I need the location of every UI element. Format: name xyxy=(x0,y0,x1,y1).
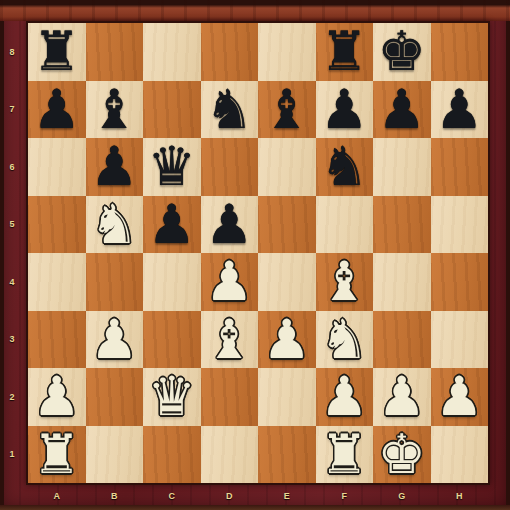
square-a2[interactable]: ♟ xyxy=(28,368,86,426)
black-pawn[interactable]: ♟ xyxy=(320,81,368,138)
square-c5[interactable]: ♟ xyxy=(143,196,201,254)
square-h1[interactable] xyxy=(431,426,489,484)
rank-label-4: 4 xyxy=(0,253,24,311)
white-pawn[interactable]: ♟ xyxy=(435,368,483,425)
file-label-b: B xyxy=(86,488,144,504)
file-label-d: D xyxy=(201,488,259,504)
square-b2[interactable] xyxy=(86,368,144,426)
square-d3[interactable]: ♝ xyxy=(201,311,259,369)
white-knight[interactable]: ♞ xyxy=(90,196,138,253)
square-h3[interactable] xyxy=(431,311,489,369)
square-c6[interactable]: ♛ xyxy=(143,138,201,196)
square-b4[interactable] xyxy=(86,253,144,311)
white-queen[interactable]: ♛ xyxy=(148,368,196,425)
black-bishop[interactable]: ♝ xyxy=(90,81,138,138)
white-pawn[interactable]: ♟ xyxy=(205,253,253,310)
black-rook[interactable]: ♜ xyxy=(320,23,368,80)
square-e6[interactable] xyxy=(258,138,316,196)
black-pawn[interactable]: ♟ xyxy=(435,81,483,138)
square-b7[interactable]: ♝ xyxy=(86,81,144,139)
white-pawn[interactable]: ♟ xyxy=(90,311,138,368)
square-a7[interactable]: ♟ xyxy=(28,81,86,139)
rank-label-1: 1 xyxy=(0,426,24,484)
square-e3[interactable]: ♟ xyxy=(258,311,316,369)
square-a3[interactable] xyxy=(28,311,86,369)
black-king[interactable]: ♚ xyxy=(378,23,426,80)
square-c1[interactable] xyxy=(143,426,201,484)
white-pawn[interactable]: ♟ xyxy=(378,368,426,425)
white-pawn[interactable]: ♟ xyxy=(320,368,368,425)
white-knight[interactable]: ♞ xyxy=(320,311,368,368)
square-e4[interactable] xyxy=(258,253,316,311)
black-bishop[interactable]: ♝ xyxy=(263,81,311,138)
chessboard-frame: ♜♜♚♟♝♞♝♟♟♟♟♛♞♞♟♟♟♝♟♝♟♞♟♛♟♟♟♜♜♚ 87654321A… xyxy=(0,0,510,510)
square-b1[interactable] xyxy=(86,426,144,484)
square-e5[interactable] xyxy=(258,196,316,254)
square-a5[interactable] xyxy=(28,196,86,254)
square-f2[interactable]: ♟ xyxy=(316,368,374,426)
square-d7[interactable]: ♞ xyxy=(201,81,259,139)
square-a4[interactable] xyxy=(28,253,86,311)
black-queen[interactable]: ♛ xyxy=(148,138,196,195)
white-pawn[interactable]: ♟ xyxy=(263,311,311,368)
square-e8[interactable] xyxy=(258,23,316,81)
black-knight[interactable]: ♞ xyxy=(205,81,253,138)
black-pawn[interactable]: ♟ xyxy=(378,81,426,138)
file-label-c: C xyxy=(143,488,201,504)
square-g4[interactable] xyxy=(373,253,431,311)
rank-label-8: 8 xyxy=(0,23,24,81)
black-pawn[interactable]: ♟ xyxy=(33,81,81,138)
square-h6[interactable] xyxy=(431,138,489,196)
rank-label-7: 7 xyxy=(0,81,24,139)
square-d1[interactable] xyxy=(201,426,259,484)
black-pawn[interactable]: ♟ xyxy=(90,138,138,195)
square-e2[interactable] xyxy=(258,368,316,426)
square-h8[interactable] xyxy=(431,23,489,81)
square-a6[interactable] xyxy=(28,138,86,196)
square-g7[interactable]: ♟ xyxy=(373,81,431,139)
square-g1[interactable]: ♚ xyxy=(373,426,431,484)
square-d4[interactable]: ♟ xyxy=(201,253,259,311)
white-bishop[interactable]: ♝ xyxy=(320,253,368,310)
white-bishop[interactable]: ♝ xyxy=(205,311,253,368)
square-h2[interactable]: ♟ xyxy=(431,368,489,426)
square-d2[interactable] xyxy=(201,368,259,426)
rank-label-6: 6 xyxy=(0,138,24,196)
square-b5[interactable]: ♞ xyxy=(86,196,144,254)
square-h4[interactable] xyxy=(431,253,489,311)
square-f5[interactable] xyxy=(316,196,374,254)
square-a1[interactable]: ♜ xyxy=(28,426,86,484)
square-c4[interactable] xyxy=(143,253,201,311)
square-g5[interactable] xyxy=(373,196,431,254)
square-d6[interactable] xyxy=(201,138,259,196)
file-label-e: E xyxy=(258,488,316,504)
black-pawn[interactable]: ♟ xyxy=(148,196,196,253)
square-f4[interactable]: ♝ xyxy=(316,253,374,311)
file-label-h: H xyxy=(431,488,489,504)
square-c8[interactable] xyxy=(143,23,201,81)
file-label-a: A xyxy=(28,488,86,504)
chess-board: ♜♜♚♟♝♞♝♟♟♟♟♛♞♞♟♟♟♝♟♝♟♞♟♛♟♟♟♜♜♚ xyxy=(26,21,490,485)
rank-label-5: 5 xyxy=(0,196,24,254)
square-e1[interactable] xyxy=(258,426,316,484)
square-c3[interactable] xyxy=(143,311,201,369)
square-e7[interactable]: ♝ xyxy=(258,81,316,139)
square-h7[interactable]: ♟ xyxy=(431,81,489,139)
square-g3[interactable] xyxy=(373,311,431,369)
square-h5[interactable] xyxy=(431,196,489,254)
white-pawn[interactable]: ♟ xyxy=(33,368,81,425)
square-g8[interactable]: ♚ xyxy=(373,23,431,81)
black-rook[interactable]: ♜ xyxy=(33,23,81,80)
rank-label-2: 2 xyxy=(0,368,24,426)
square-f7[interactable]: ♟ xyxy=(316,81,374,139)
square-d8[interactable] xyxy=(201,23,259,81)
file-label-f: F xyxy=(316,488,374,504)
square-b3[interactable]: ♟ xyxy=(86,311,144,369)
black-pawn[interactable]: ♟ xyxy=(205,196,253,253)
black-knight[interactable]: ♞ xyxy=(320,138,368,195)
square-c2[interactable]: ♛ xyxy=(143,368,201,426)
frame-top-wood-edge xyxy=(0,0,510,21)
frame-bottom-wood-edge xyxy=(0,505,510,510)
square-b6[interactable]: ♟ xyxy=(86,138,144,196)
white-king[interactable]: ♚ xyxy=(378,426,426,483)
square-a8[interactable]: ♜ xyxy=(28,23,86,81)
square-d5[interactable]: ♟ xyxy=(201,196,259,254)
square-f8[interactable]: ♜ xyxy=(316,23,374,81)
rank-label-3: 3 xyxy=(0,311,24,369)
square-g2[interactable]: ♟ xyxy=(373,368,431,426)
white-rook[interactable]: ♜ xyxy=(33,426,81,483)
file-label-g: G xyxy=(373,488,431,504)
square-g6[interactable] xyxy=(373,138,431,196)
square-f1[interactable]: ♜ xyxy=(316,426,374,484)
square-c7[interactable] xyxy=(143,81,201,139)
square-f3[interactable]: ♞ xyxy=(316,311,374,369)
white-rook[interactable]: ♜ xyxy=(320,426,368,483)
square-f6[interactable]: ♞ xyxy=(316,138,374,196)
square-b8[interactable] xyxy=(86,23,144,81)
